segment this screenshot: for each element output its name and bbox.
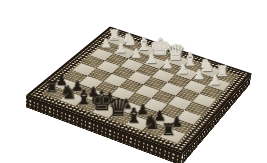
piece-white-king: ♚ [150,35,171,61]
piece-white-queen: ♛ [166,42,186,66]
pieces-layer: ♜♞♝♚♛♝♞♜♟♟♟♟♟♟♟♟♟♟♟♟♟♟♟♟♜♞♝♚♛♝♞♜ [26,27,252,154]
piece-cell: ♜ [159,127,185,143]
piece-black-bishop: ♝ [76,88,94,110]
piece-cell: ♟ [53,77,78,91]
piece-cell: ♚ [92,103,118,118]
piece-black-pawn: ♟ [137,103,149,119]
piece-black-king: ♚ [90,88,114,116]
piece-cell: ♝ [75,97,101,111]
piece-white-pawn: ♟ [131,47,142,61]
piece-white-bishop: ♝ [137,35,153,55]
chess-board-3d: ♜♞♝♚♛♝♞♜♟♟♟♟♟♟♟♟♟♟♟♟♟♟♟♟♜♞♝♚♛♝♞♜ [26,27,252,154]
piece-cell: ♝ [182,59,205,72]
piece-white-pawn: ♟ [146,52,157,67]
piece-white-bishop: ♝ [183,50,199,70]
piece-black-queen: ♛ [107,96,129,122]
piece-cell: ♟ [143,56,166,69]
product-photo: ♜♞♝♚♛♝♞♜♟♟♟♟♟♟♟♟♟♟♟♟♟♟♟♟♜♞♝♚♛♝♞♜ [0,0,267,163]
piece-black-rook: ♜ [162,122,177,140]
piece-cell: ♜ [106,34,129,46]
piece-cell: ♛ [108,109,134,124]
piece-black-rook: ♜ [45,80,59,98]
piece-white-pawn: ♟ [162,58,173,73]
piece-white-knight: ♞ [122,31,137,50]
piece-cell: ♟ [128,51,151,63]
piece-cell: ♟ [159,61,182,74]
piece-cell: ♞ [142,121,168,136]
piece-cell: ♚ [151,49,174,61]
piece-cell: ♜ [214,70,237,83]
piece-white-pawn: ♟ [194,68,205,83]
piece-black-pawn: ♟ [120,97,132,113]
